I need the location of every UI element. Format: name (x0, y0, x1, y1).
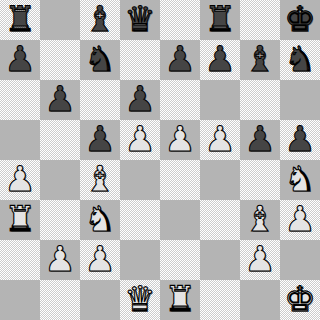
square-f3[interactable] (200, 200, 240, 240)
square-d4[interactable] (120, 160, 160, 200)
square-d1[interactable]: ♛ (120, 280, 160, 320)
square-c8[interactable]: ♝ (80, 0, 120, 40)
piece-black-rook[interactable]: ♜ (4, 2, 35, 37)
piece-white-knight[interactable]: ♞ (284, 162, 315, 197)
square-f6[interactable] (200, 80, 240, 120)
piece-white-pawn[interactable]: ♟ (124, 122, 155, 157)
square-b5[interactable] (40, 120, 80, 160)
square-f5[interactable]: ♟ (200, 120, 240, 160)
piece-black-pawn[interactable]: ♟ (84, 122, 115, 157)
piece-black-pawn[interactable]: ♟ (124, 82, 155, 117)
square-h5[interactable]: ♟ (280, 120, 320, 160)
square-a7[interactable]: ♟ (0, 40, 40, 80)
piece-white-pawn[interactable]: ♟ (44, 242, 75, 277)
piece-black-rook[interactable]: ♜ (204, 2, 235, 37)
piece-white-pawn[interactable]: ♟ (204, 122, 235, 157)
piece-black-pawn[interactable]: ♟ (4, 42, 35, 77)
square-d7[interactable] (120, 40, 160, 80)
square-e6[interactable] (160, 80, 200, 120)
square-f4[interactable] (200, 160, 240, 200)
square-a2[interactable] (0, 240, 40, 280)
square-h3[interactable]: ♟ (280, 200, 320, 240)
square-h8[interactable]: ♚ (280, 0, 320, 40)
square-b3[interactable] (40, 200, 80, 240)
square-a1[interactable] (0, 280, 40, 320)
piece-white-pawn[interactable]: ♟ (164, 122, 195, 157)
piece-white-pawn[interactable]: ♟ (244, 242, 275, 277)
piece-black-bishop[interactable]: ♝ (244, 42, 275, 77)
piece-black-pawn[interactable]: ♟ (204, 42, 235, 77)
square-g8[interactable] (240, 0, 280, 40)
piece-black-pawn[interactable]: ♟ (164, 42, 195, 77)
square-h1[interactable]: ♚ (280, 280, 320, 320)
square-g2[interactable]: ♟ (240, 240, 280, 280)
square-f7[interactable]: ♟ (200, 40, 240, 80)
piece-black-pawn[interactable]: ♟ (244, 122, 275, 157)
piece-white-bishop[interactable]: ♝ (84, 162, 115, 197)
square-b8[interactable] (40, 0, 80, 40)
square-a3[interactable]: ♜ (0, 200, 40, 240)
square-d2[interactable] (120, 240, 160, 280)
piece-white-queen[interactable]: ♛ (124, 282, 155, 317)
square-a4[interactable]: ♟ (0, 160, 40, 200)
square-e4[interactable] (160, 160, 200, 200)
square-f8[interactable]: ♜ (200, 0, 240, 40)
piece-black-bishop[interactable]: ♝ (84, 2, 115, 37)
square-c1[interactable] (80, 280, 120, 320)
square-h2[interactable] (280, 240, 320, 280)
square-b7[interactable] (40, 40, 80, 80)
square-h7[interactable]: ♞ (280, 40, 320, 80)
piece-black-pawn[interactable]: ♟ (44, 82, 75, 117)
square-c4[interactable]: ♝ (80, 160, 120, 200)
piece-white-pawn[interactable]: ♟ (4, 162, 35, 197)
square-d5[interactable]: ♟ (120, 120, 160, 160)
square-d8[interactable]: ♛ (120, 0, 160, 40)
square-a8[interactable]: ♜ (0, 0, 40, 40)
square-d3[interactable] (120, 200, 160, 240)
square-f1[interactable] (200, 280, 240, 320)
piece-white-king[interactable]: ♚ (284, 282, 315, 317)
piece-white-knight[interactable]: ♞ (84, 202, 115, 237)
piece-white-bishop[interactable]: ♝ (244, 202, 275, 237)
square-b4[interactable] (40, 160, 80, 200)
piece-black-knight[interactable]: ♞ (284, 42, 315, 77)
square-c5[interactable]: ♟ (80, 120, 120, 160)
piece-white-pawn[interactable]: ♟ (84, 242, 115, 277)
square-c2[interactable]: ♟ (80, 240, 120, 280)
square-e2[interactable] (160, 240, 200, 280)
square-g4[interactable] (240, 160, 280, 200)
piece-white-pawn[interactable]: ♟ (284, 202, 315, 237)
square-e3[interactable] (160, 200, 200, 240)
square-d6[interactable]: ♟ (120, 80, 160, 120)
square-h6[interactable] (280, 80, 320, 120)
square-c7[interactable]: ♞ (80, 40, 120, 80)
square-b6[interactable]: ♟ (40, 80, 80, 120)
square-g5[interactable]: ♟ (240, 120, 280, 160)
square-a6[interactable] (0, 80, 40, 120)
piece-white-rook[interactable]: ♜ (4, 202, 35, 237)
square-f2[interactable] (200, 240, 240, 280)
square-e8[interactable] (160, 0, 200, 40)
square-e7[interactable]: ♟ (160, 40, 200, 80)
square-g6[interactable] (240, 80, 280, 120)
square-g3[interactable]: ♝ (240, 200, 280, 240)
piece-black-king[interactable]: ♚ (284, 2, 315, 37)
chess-board: ♜♝♛♜♚♟♞♟♟♝♞♟♟♟♟♟♟♟♟♟♝♞♜♞♝♟♟♟♟♛♜♚ (0, 0, 320, 320)
square-c6[interactable] (80, 80, 120, 120)
square-e5[interactable]: ♟ (160, 120, 200, 160)
square-c3[interactable]: ♞ (80, 200, 120, 240)
square-a5[interactable] (0, 120, 40, 160)
square-e1[interactable]: ♜ (160, 280, 200, 320)
square-g1[interactable] (240, 280, 280, 320)
piece-black-knight[interactable]: ♞ (84, 42, 115, 77)
square-h4[interactable]: ♞ (280, 160, 320, 200)
square-g7[interactable]: ♝ (240, 40, 280, 80)
square-b1[interactable] (40, 280, 80, 320)
piece-black-queen[interactable]: ♛ (124, 2, 155, 37)
piece-black-pawn[interactable]: ♟ (284, 122, 315, 157)
square-b2[interactable]: ♟ (40, 240, 80, 280)
piece-white-rook[interactable]: ♜ (164, 282, 195, 317)
